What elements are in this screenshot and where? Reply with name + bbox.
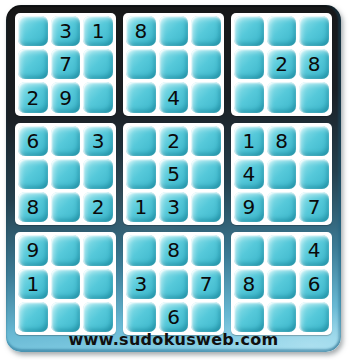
sudoku-box-0: 31729 [15,13,116,116]
cell-r5c1[interactable] [18,159,48,189]
cell-r9c4[interactable] [126,302,156,332]
sudoku-grid: 3172984286382251318497918376486 [15,13,332,335]
cell-r1c8[interactable] [267,16,297,46]
cell-r7c9[interactable]: 4 [299,235,329,265]
cell-r2c7[interactable] [234,49,264,79]
cell-r4c8[interactable]: 8 [267,126,297,156]
cell-r7c8[interactable] [267,235,297,265]
cell-r5c8[interactable] [267,159,297,189]
cell-r6c7[interactable]: 9 [234,192,264,222]
cell-r2c2[interactable]: 7 [51,49,81,79]
cell-r9c8[interactable] [267,302,297,332]
cell-r7c2[interactable] [51,235,81,265]
cell-r8c8[interactable] [267,269,297,299]
cell-r5c4[interactable] [126,159,156,189]
cell-r4c1[interactable]: 6 [18,126,48,156]
cell-r4c5[interactable]: 2 [159,126,189,156]
cell-r8c1[interactable]: 1 [18,269,48,299]
cell-r4c4[interactable] [126,126,156,156]
cell-r2c9[interactable]: 8 [299,49,329,79]
cell-r3c5[interactable]: 4 [159,82,189,112]
page: 3172984286382251318497918376486 www.sudo… [0,0,350,360]
cell-r3c3[interactable] [83,82,113,112]
board-card: 3172984286382251318497918376486 www.sudo… [6,5,341,352]
cell-r6c4[interactable]: 1 [126,192,156,222]
cell-r9c9[interactable] [299,302,329,332]
cell-r8c5[interactable] [159,269,189,299]
cell-r2c5[interactable] [159,49,189,79]
sudoku-box-3: 6382 [15,123,116,226]
cell-r9c7[interactable] [234,302,264,332]
cell-r6c9[interactable]: 7 [299,192,329,222]
cell-r1c6[interactable] [191,16,221,46]
cell-r9c5[interactable]: 6 [159,302,189,332]
cell-r6c8[interactable] [267,192,297,222]
cell-r3c6[interactable] [191,82,221,112]
cell-r2c4[interactable] [126,49,156,79]
cell-r1c4[interactable]: 8 [126,16,156,46]
cell-r5c5[interactable]: 5 [159,159,189,189]
cell-r4c6[interactable] [191,126,221,156]
sudoku-box-1: 84 [123,13,224,116]
sudoku-box-4: 2513 [123,123,224,226]
cell-r8c7[interactable]: 8 [234,269,264,299]
cell-r7c5[interactable]: 8 [159,235,189,265]
cell-r6c2[interactable] [51,192,81,222]
cell-r5c7[interactable]: 4 [234,159,264,189]
cell-r2c3[interactable] [83,49,113,79]
cell-r1c9[interactable] [299,16,329,46]
cell-r7c1[interactable]: 9 [18,235,48,265]
cell-r6c3[interactable]: 2 [83,192,113,222]
sudoku-box-8: 486 [231,232,332,335]
cell-r8c3[interactable] [83,269,113,299]
cell-r1c7[interactable] [234,16,264,46]
cell-r8c6[interactable]: 7 [191,269,221,299]
sudoku-box-7: 8376 [123,232,224,335]
cell-r9c6[interactable] [191,302,221,332]
cell-r5c9[interactable] [299,159,329,189]
cell-r7c3[interactable] [83,235,113,265]
cell-r3c2[interactable]: 9 [51,82,81,112]
cell-r2c1[interactable] [18,49,48,79]
cell-r3c1[interactable]: 2 [18,82,48,112]
cell-r6c5[interactable]: 3 [159,192,189,222]
sudoku-box-2: 28 [231,13,332,116]
cell-r6c1[interactable]: 8 [18,192,48,222]
cell-r8c2[interactable] [51,269,81,299]
cell-r4c3[interactable]: 3 [83,126,113,156]
cell-r2c6[interactable] [191,49,221,79]
cell-r3c9[interactable] [299,82,329,112]
cell-r3c4[interactable] [126,82,156,112]
cell-r4c2[interactable] [51,126,81,156]
cell-r6c6[interactable] [191,192,221,222]
cell-r2c8[interactable]: 2 [267,49,297,79]
cell-r1c2[interactable]: 3 [51,16,81,46]
cell-r8c9[interactable]: 6 [299,269,329,299]
cell-r3c8[interactable] [267,82,297,112]
cell-r8c4[interactable]: 3 [126,269,156,299]
cell-r5c6[interactable] [191,159,221,189]
cell-r1c3[interactable]: 1 [83,16,113,46]
sudoku-box-5: 18497 [231,123,332,226]
cell-r7c7[interactable] [234,235,264,265]
cell-r9c2[interactable] [51,302,81,332]
cell-r7c4[interactable] [126,235,156,265]
sudoku-box-6: 91 [15,232,116,335]
cell-r5c2[interactable] [51,159,81,189]
cell-r3c7[interactable] [234,82,264,112]
cell-r9c1[interactable] [18,302,48,332]
cell-r1c5[interactable] [159,16,189,46]
cell-r7c6[interactable] [191,235,221,265]
cell-r1c1[interactable] [18,16,48,46]
website-link[interactable]: www.sudokusweb.com [6,331,341,349]
cell-r5c3[interactable] [83,159,113,189]
cell-r4c9[interactable] [299,126,329,156]
cell-r4c7[interactable]: 1 [234,126,264,156]
cell-r9c3[interactable] [83,302,113,332]
